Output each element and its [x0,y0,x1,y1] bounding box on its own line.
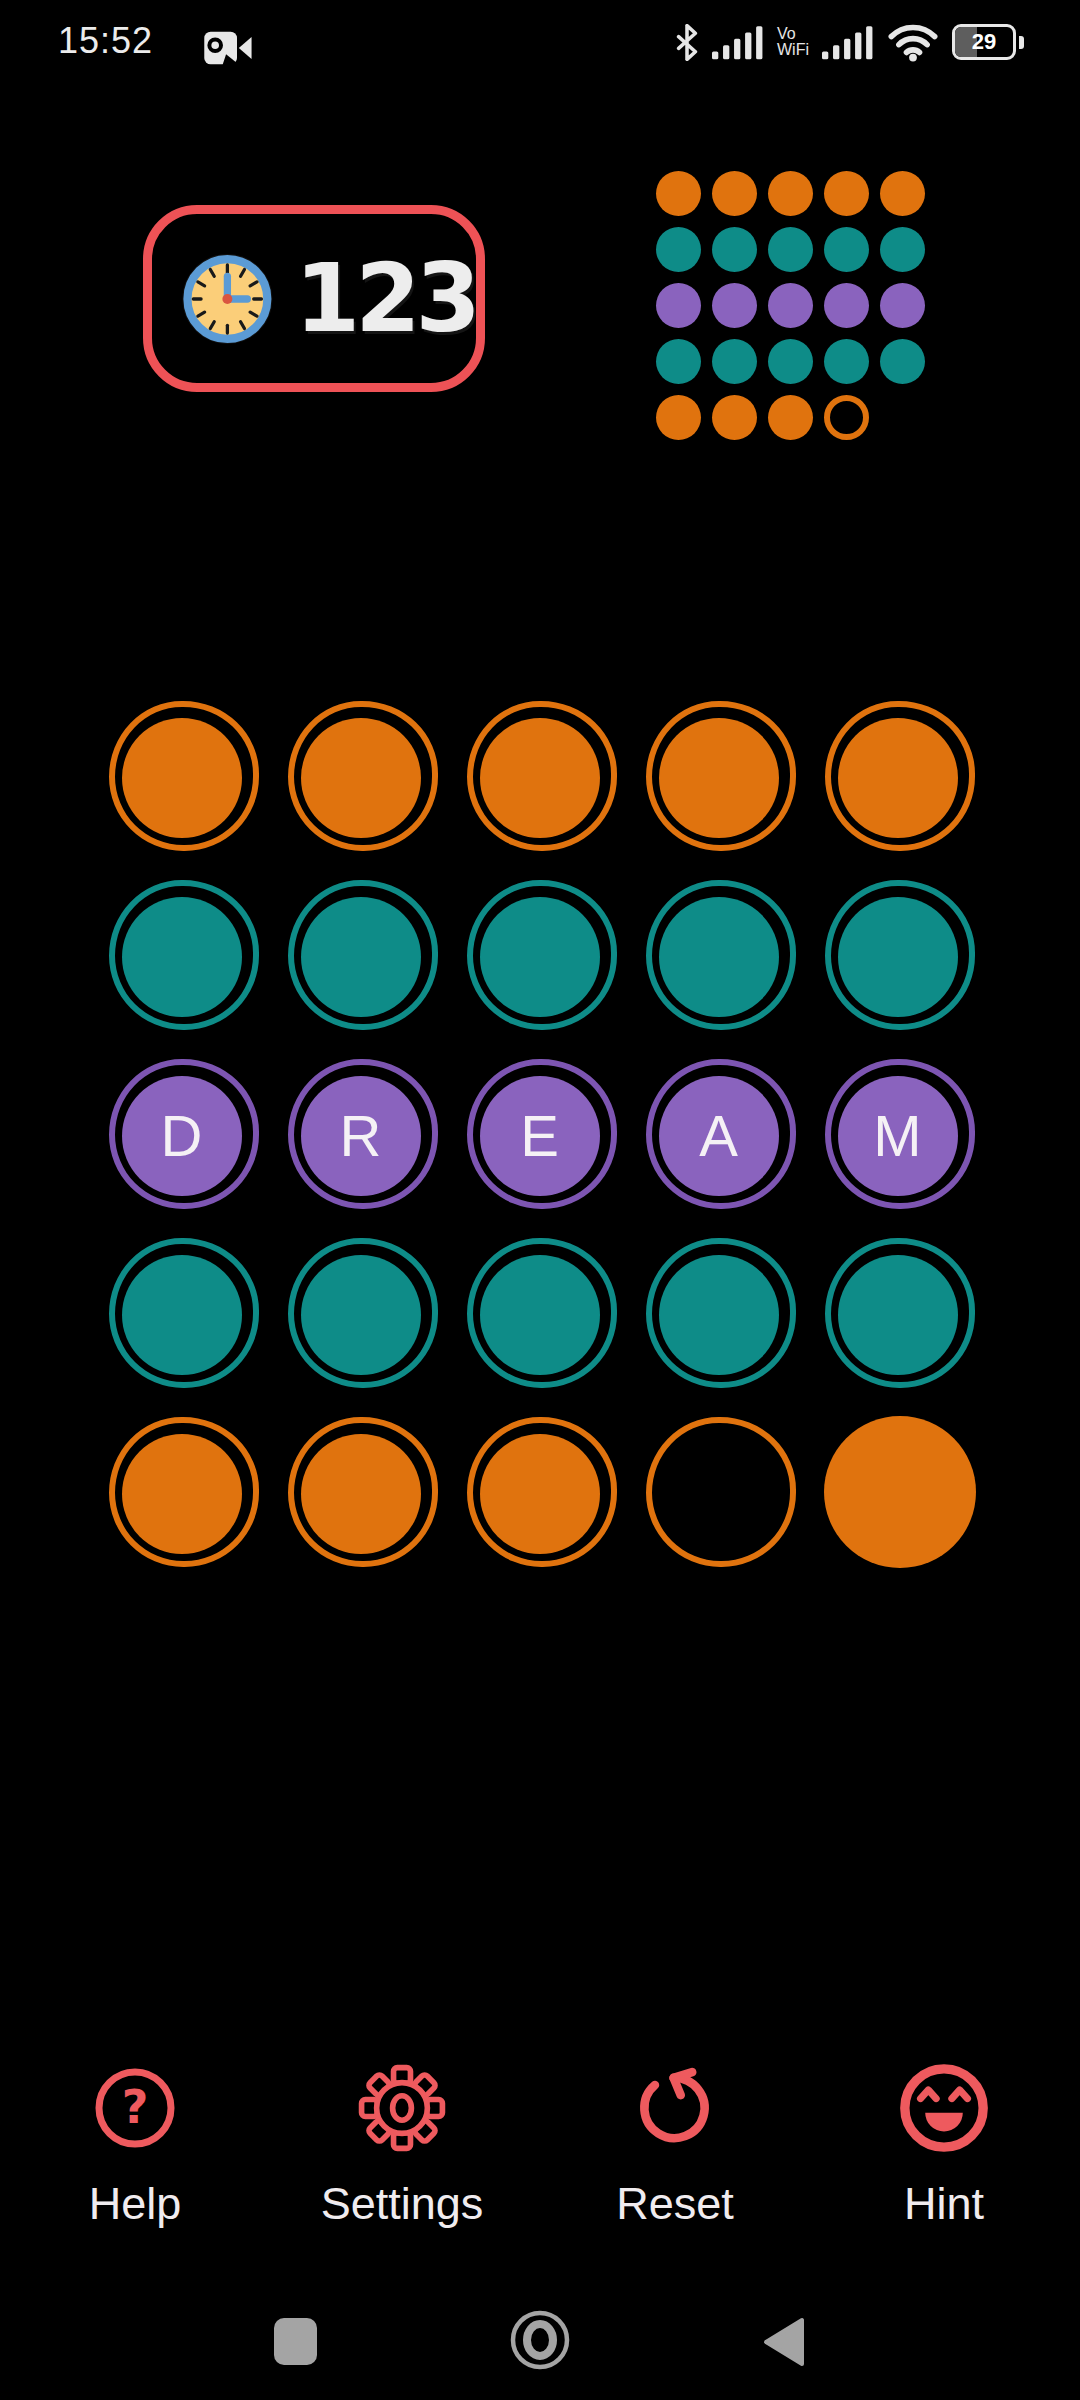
minimap-cell-r4c4 [818,333,874,389]
minimap-cell-r4c1 [650,333,706,389]
home-circle-icon[interactable] [508,2308,572,2372]
dot[interactable]: E [480,1076,600,1196]
help-label: Help [25,2178,245,2230]
settings-label: Settings [292,2178,512,2230]
minimap-cell-r1c5 [874,165,930,221]
minimap-dot [712,227,757,272]
timer-badge: 123 [143,205,485,392]
minimap-cell-r3c5 [874,277,930,333]
help-button[interactable]: ? Help [25,2062,245,2230]
minimap-cell-r5c5 [874,389,930,445]
minimap-dot [656,339,701,384]
empty-slot [646,1417,796,1567]
minimap-dot [656,171,701,216]
vowifi-label: Vo WiFi [777,26,809,58]
board-cell-r2c4[interactable] [631,865,810,1044]
dot-slot [467,880,617,1030]
minimap-ring [824,395,869,440]
dot[interactable] [838,718,958,838]
signal-bars-icon [712,24,764,60]
hint-label: Hint [834,2178,1054,2230]
dot-slot: E [467,1059,617,1209]
dot-slot [109,1238,259,1388]
dot-slot [825,880,975,1030]
board-cell-r4c2[interactable] [273,1223,452,1402]
minimap-dot [656,395,701,440]
dot-slot [288,880,438,1030]
minimap-cell-r4c2 [706,333,762,389]
question-circle-icon: ? [93,2066,177,2150]
dot-slot [467,1238,617,1388]
dot[interactable] [301,1255,421,1375]
dot-letter: M [873,1102,921,1169]
minimap-cell-r3c4 [818,277,874,333]
dot-slot [825,1238,975,1388]
dot-slot [646,880,796,1030]
dot[interactable] [480,718,600,838]
board-cell-r5c1[interactable] [94,1402,273,1581]
minimap-dot [656,227,701,272]
dot-slot [467,701,617,851]
dot[interactable]: M [838,1076,958,1196]
dot[interactable] [122,718,242,838]
minimap-dot [768,227,813,272]
svg-text:?: ? [122,2080,149,2134]
minimap [650,165,930,445]
minimap-cell-r1c2 [706,165,762,221]
wifi-icon [887,22,939,62]
smiley-icon [897,2061,991,2155]
game-screen: 15:52 Vo WiFi [0,0,1080,2400]
dot-slot [825,701,975,851]
minimap-dot [656,283,701,328]
board-cell-r3c4[interactable]: A [631,1044,810,1223]
board-cell-r4c1[interactable] [94,1223,273,1402]
timer-value: 123 [295,244,476,353]
dot-slot [109,1417,259,1567]
signal-bars-icon [822,24,874,60]
minimap-cell-r4c5 [874,333,930,389]
dot[interactable] [122,1255,242,1375]
dot[interactable]: A [659,1076,779,1196]
minimap-cell-r5c3 [762,389,818,445]
board-cell-r2c1[interactable] [94,865,273,1044]
dot[interactable] [301,897,421,1017]
minimap-dot [880,339,925,384]
minimap-cell-r2c3 [762,221,818,277]
minimap-dot [824,283,869,328]
board-cell-r1c5[interactable] [810,686,989,865]
minimap-cell-r4c3 [762,333,818,389]
minimap-cell-r2c2 [706,221,762,277]
reset-button[interactable]: Reset [565,2062,785,2230]
loose-dot[interactable] [824,1416,976,1568]
board: DREAM [94,686,989,1581]
status-bar: 15:52 Vo WiFi [0,0,1080,80]
minimap-dot [768,171,813,216]
dot-letter: R [340,1102,382,1169]
minimap-cell-r1c3 [762,165,818,221]
clock-icon [182,232,273,366]
minimap-dot [768,283,813,328]
board-cell-r3c3[interactable]: E [452,1044,631,1223]
status-icons: Vo WiFi 29 [675,20,1024,64]
minimap-cell-r3c2 [706,277,762,333]
board-cell-r1c3[interactable] [452,686,631,865]
dot[interactable] [480,1434,600,1554]
dot[interactable] [838,897,958,1017]
minimap-cell-r5c1 [650,389,706,445]
dot-letter: E [520,1102,559,1169]
board-cell-r2c3[interactable] [452,865,631,1044]
back-triangle-icon[interactable] [758,2316,810,2368]
dot[interactable] [659,1255,779,1375]
board-cell-r1c1[interactable] [94,686,273,865]
dot-slot [646,1238,796,1388]
minimap-dot [880,171,925,216]
dot[interactable] [838,1255,958,1375]
dot-slot [288,1417,438,1567]
minimap-cell-r3c3 [762,277,818,333]
minimap-dot [712,339,757,384]
board-cell-r4c4[interactable] [631,1223,810,1402]
minimap-cell-r1c1 [650,165,706,221]
minimap-dot [712,171,757,216]
board-cell-r1c4[interactable] [631,686,810,865]
dot[interactable] [301,718,421,838]
board-cell-r5c4[interactable] [631,1402,810,1581]
minimap-dot [712,395,757,440]
dot-slot: D [109,1059,259,1209]
minimap-dot [880,227,925,272]
board-cell-r5c2[interactable] [273,1402,452,1581]
minimap-cell-r1c4 [818,165,874,221]
dot-slot: A [646,1059,796,1209]
board-cell-r5c5[interactable] [810,1402,989,1581]
reset-label: Reset [565,2178,785,2230]
minimap-dot [768,395,813,440]
board-cell-r2c2[interactable] [273,865,452,1044]
minimap-dot [880,283,925,328]
screen-record-icon [202,28,252,68]
undo-arrow-icon [632,2065,718,2151]
dot-slot [109,880,259,1030]
gear-icon [355,2061,449,2155]
board-cell-r3c5[interactable]: M [810,1044,989,1223]
minimap-cell-r2c1 [650,221,706,277]
dot[interactable] [659,718,779,838]
dot[interactable]: D [122,1076,242,1196]
dot-slot [288,701,438,851]
dot-slot: M [825,1059,975,1209]
dot-slot [288,1238,438,1388]
minimap-dot [768,339,813,384]
dot-slot: R [288,1059,438,1209]
dot[interactable]: R [301,1076,421,1196]
minimap-cell-r5c2 [706,389,762,445]
minimap-cell-r2c5 [874,221,930,277]
battery-icon: 29 [952,24,1024,60]
board-cell-r5c3[interactable] [452,1402,631,1581]
dot-letter: A [699,1102,738,1169]
minimap-cell-r3c1 [650,277,706,333]
dot-slot [109,701,259,851]
dot[interactable] [122,897,242,1017]
board-cell-r3c2[interactable]: R [273,1044,452,1223]
recents-square-icon[interactable] [274,2318,317,2365]
battery-percent: 29 [955,27,1013,57]
dot[interactable] [659,897,779,1017]
dot-slot [646,701,796,851]
dot[interactable] [122,1434,242,1554]
board-cell-r3c1[interactable]: D [94,1044,273,1223]
dot[interactable] [480,897,600,1017]
clock-time: 15:52 [58,20,153,62]
minimap-cell-r5c4 [818,389,874,445]
minimap-dot [824,339,869,384]
dot-slot [467,1417,617,1567]
settings-button[interactable]: Settings [292,2062,512,2230]
minimap-dot [712,283,757,328]
minimap-dot [824,227,869,272]
dot-letter: D [161,1102,203,1169]
minimap-cell-r2c4 [818,221,874,277]
bluetooth-icon [675,24,699,61]
dot[interactable] [301,1434,421,1554]
board-cell-r2c5[interactable] [810,865,989,1044]
board-cell-r4c3[interactable] [452,1223,631,1402]
hint-button[interactable]: Hint [834,2062,1054,2230]
board-cell-r4c5[interactable] [810,1223,989,1402]
dot[interactable] [480,1255,600,1375]
board-cell-r1c2[interactable] [273,686,452,865]
minimap-dot [824,171,869,216]
